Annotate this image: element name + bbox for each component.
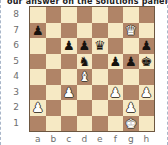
chess-diagram: 87654321 ♟♛♟♟♛♟♞♟♟♚♝♟♟♟♟♟♚ abcdefgh: [1, 6, 167, 144]
square-c5: [61, 54, 77, 70]
square-d7: [77, 23, 93, 39]
square-d6: ♟: [77, 38, 93, 54]
square-f1: [108, 116, 124, 132]
file-label-g: g: [123, 134, 139, 144]
square-a1: [30, 116, 46, 132]
square-b6: [46, 38, 62, 54]
square-f6: [108, 38, 124, 54]
file-label-e: e: [92, 134, 108, 144]
square-f7: [108, 23, 124, 39]
rank-label-8: 8: [3, 7, 29, 23]
rank-label-7: 7: [3, 23, 29, 39]
white-pawn-c3: ♟: [63, 85, 75, 101]
file-label-c: c: [61, 134, 77, 144]
square-c6: ♟: [61, 38, 77, 54]
square-b5: [46, 54, 62, 70]
square-d4: ♝: [77, 69, 93, 85]
square-h6: ♟: [139, 38, 155, 54]
square-g2: ♟: [123, 100, 139, 116]
rank-label-6: 6: [3, 38, 29, 54]
square-a8: [30, 7, 46, 23]
rank-label-1: 1: [3, 116, 29, 132]
black-pawn-g5: ♟: [125, 54, 137, 70]
square-a5: [30, 54, 46, 70]
square-a2: ♟: [30, 100, 46, 116]
square-c1: [61, 116, 77, 132]
square-a7: ♟: [30, 23, 46, 39]
white-bishop-d4: ♝: [78, 69, 90, 85]
black-pawn-f5: ♟: [109, 54, 121, 70]
black-knight-d5: ♞: [78, 54, 90, 70]
black-pawn-h6: ♟: [140, 38, 152, 54]
file-label-h: h: [139, 134, 155, 144]
square-e5: [92, 54, 108, 70]
square-e4: [92, 69, 108, 85]
square-g4: [123, 69, 139, 85]
square-e3: [92, 85, 108, 101]
square-g8: [123, 7, 139, 23]
square-c7: [61, 23, 77, 39]
square-c8: [61, 7, 77, 23]
square-f2: [108, 100, 124, 116]
rank-label-5: 5: [3, 54, 29, 70]
square-h5: ♚: [139, 54, 155, 70]
square-b4: [46, 69, 62, 85]
white-pawn-f3: ♟: [109, 85, 121, 101]
square-e8: [92, 7, 108, 23]
square-b2: [46, 100, 62, 116]
white-pawn-a2: ♟: [32, 100, 44, 116]
square-h1: [139, 116, 155, 132]
square-f3: ♟: [108, 85, 124, 101]
square-f5: ♟: [108, 54, 124, 70]
square-d5: ♞: [77, 54, 93, 70]
square-d2: [77, 100, 93, 116]
white-king-g1: ♚: [125, 116, 137, 132]
square-a4: [30, 69, 46, 85]
square-e2: [92, 100, 108, 116]
square-g7: ♛: [123, 23, 139, 39]
square-g5: ♟: [123, 54, 139, 70]
file-labels: abcdefgh: [30, 134, 167, 144]
square-h3: ♟: [139, 85, 155, 101]
square-h7: [139, 23, 155, 39]
square-c3: ♟: [61, 85, 77, 101]
square-c2: [61, 100, 77, 116]
square-b3: [46, 85, 62, 101]
puzzle-panel: { "game": "chess", "position": { "fen": …: [0, 0, 168, 145]
square-b1: [46, 116, 62, 132]
square-e7: [92, 23, 108, 39]
square-d3: [77, 85, 93, 101]
square-g6: [123, 38, 139, 54]
file-label-f: f: [108, 134, 124, 144]
square-a3: [30, 85, 46, 101]
square-b7: [46, 23, 62, 39]
square-e6: ♛: [92, 38, 108, 54]
black-queen-e6: ♛: [94, 38, 106, 54]
square-g3: [123, 85, 139, 101]
file-label-d: d: [77, 134, 93, 144]
square-h8: [139, 7, 155, 23]
file-label-b: b: [46, 134, 62, 144]
black-pawn-c6: ♟: [63, 38, 75, 54]
black-pawn-a7: ♟: [32, 23, 44, 39]
file-label-a: a: [30, 134, 46, 144]
rank-label-4: 4: [3, 69, 29, 85]
square-f4: [108, 69, 124, 85]
square-h4: [139, 69, 155, 85]
board-wrap: 87654321 ♟♛♟♟♛♟♞♟♟♚♝♟♟♟♟♟♚: [3, 6, 167, 132]
square-d1: [77, 116, 93, 132]
square-g1: ♚: [123, 116, 139, 132]
square-f8: [108, 7, 124, 23]
square-c4: [61, 69, 77, 85]
rank-labels: 87654321: [3, 6, 29, 132]
square-d8: [77, 7, 93, 23]
chess-board: ♟♛♟♟♛♟♞♟♟♚♝♟♟♟♟♟♚: [29, 6, 155, 132]
white-pawn-g2: ♟: [125, 100, 137, 116]
white-pawn-h3: ♟: [140, 85, 152, 101]
square-h2: [139, 100, 155, 116]
white-queen-g7: ♛: [125, 23, 137, 39]
black-king-h5: ♚: [140, 54, 152, 70]
rank-label-3: 3: [3, 85, 29, 101]
black-pawn-d6: ♟: [78, 38, 90, 54]
square-e1: [92, 116, 108, 132]
square-a6: [30, 38, 46, 54]
rank-label-2: 2: [3, 100, 29, 116]
square-b8: [46, 7, 62, 23]
